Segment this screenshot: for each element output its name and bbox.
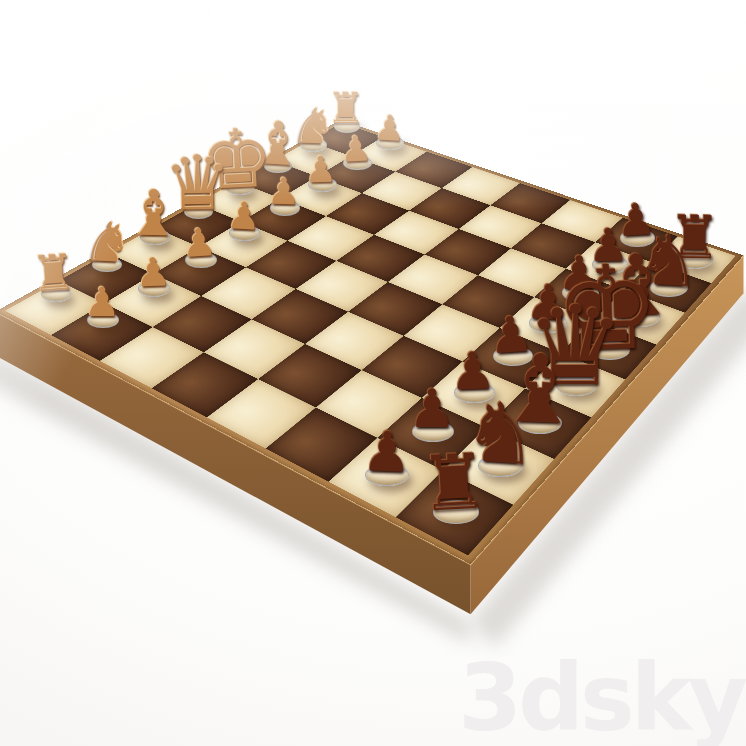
scene: ♜♟♞♟♝♟♚♟♛♟♟♝♜♟♟♞♞♟♟♜♝♟♟♚♟♛♟♝♟♞♟♜ 3dsky (0, 0, 746, 746)
watermark-3dsky: 3dsky (458, 645, 744, 746)
